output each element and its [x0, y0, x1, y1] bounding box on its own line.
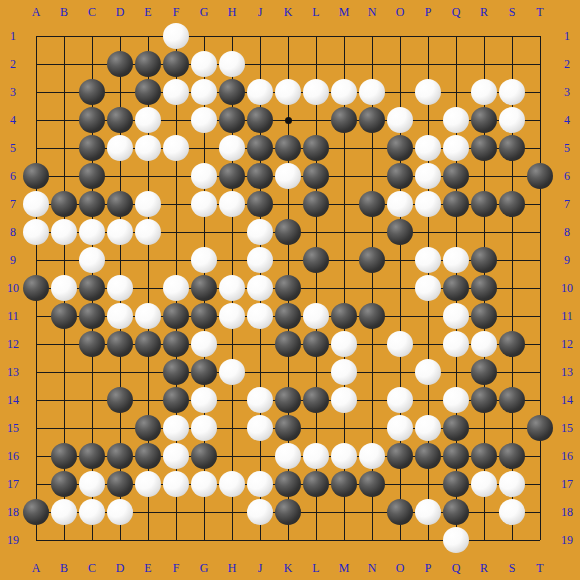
- stone-black[interactable]: [219, 107, 245, 133]
- stone-black[interactable]: [107, 107, 133, 133]
- go-board: AABBCCDDEEFFGGHHJJKKLLMMNNOOPPQQRRSSTT11…: [0, 0, 580, 580]
- stone-black[interactable]: [303, 331, 329, 357]
- column-label: C: [88, 562, 96, 574]
- stone-white[interactable]: [303, 79, 329, 105]
- stone-black[interactable]: [275, 219, 301, 245]
- stone-black[interactable]: [471, 247, 497, 273]
- stone-black[interactable]: [331, 303, 357, 329]
- column-label: R: [480, 6, 488, 18]
- stone-white[interactable]: [107, 275, 133, 301]
- stone-black[interactable]: [275, 135, 301, 161]
- column-label: D: [116, 6, 125, 18]
- stone-white[interactable]: [219, 303, 245, 329]
- stone-white[interactable]: [471, 79, 497, 105]
- row-label: 10: [561, 282, 573, 294]
- column-label: S: [509, 562, 516, 574]
- stone-black[interactable]: [471, 443, 497, 469]
- column-label: Q: [452, 6, 461, 18]
- column-label: R: [480, 562, 488, 574]
- stone-white[interactable]: [219, 191, 245, 217]
- column-label: B: [60, 6, 68, 18]
- column-label: J: [258, 562, 263, 574]
- stone-white[interactable]: [275, 79, 301, 105]
- stone-black[interactable]: [135, 79, 161, 105]
- stone-black[interactable]: [303, 163, 329, 189]
- stone-white[interactable]: [331, 359, 357, 385]
- column-label: N: [368, 562, 377, 574]
- stone-black[interactable]: [79, 331, 105, 357]
- column-label: J: [258, 6, 263, 18]
- row-label: 7: [564, 198, 570, 210]
- stone-white[interactable]: [331, 79, 357, 105]
- stone-black[interactable]: [359, 303, 385, 329]
- row-label: 3: [564, 86, 570, 98]
- stone-black[interactable]: [51, 443, 77, 469]
- stone-black[interactable]: [387, 135, 413, 161]
- stone-black[interactable]: [79, 163, 105, 189]
- row-label: 16: [561, 450, 573, 462]
- stone-black[interactable]: [499, 443, 525, 469]
- row-label: 12: [7, 338, 19, 350]
- row-label: 15: [7, 422, 19, 434]
- row-label: 8: [10, 226, 16, 238]
- stone-black[interactable]: [51, 303, 77, 329]
- stone-white[interactable]: [135, 219, 161, 245]
- stone-black[interactable]: [471, 359, 497, 385]
- stone-white[interactable]: [499, 499, 525, 525]
- stone-white[interactable]: [247, 499, 273, 525]
- stone-white[interactable]: [247, 275, 273, 301]
- row-label: 1: [10, 30, 16, 42]
- stone-white[interactable]: [471, 331, 497, 357]
- row-label: 14: [7, 394, 19, 406]
- stone-white[interactable]: [191, 191, 217, 217]
- stone-black[interactable]: [163, 359, 189, 385]
- stone-black[interactable]: [471, 191, 497, 217]
- stone-white[interactable]: [107, 219, 133, 245]
- stone-black[interactable]: [135, 443, 161, 469]
- stone-black[interactable]: [443, 415, 469, 441]
- row-label: 17: [561, 478, 573, 490]
- stone-white[interactable]: [135, 107, 161, 133]
- stone-white[interactable]: [163, 415, 189, 441]
- stone-black[interactable]: [471, 387, 497, 413]
- stone-white[interactable]: [275, 163, 301, 189]
- stone-white[interactable]: [163, 471, 189, 497]
- stone-white[interactable]: [247, 219, 273, 245]
- stone-black[interactable]: [527, 163, 553, 189]
- stone-white[interactable]: [415, 359, 441, 385]
- row-label: 15: [561, 422, 573, 434]
- stone-black[interactable]: [247, 191, 273, 217]
- column-label: Q: [452, 562, 461, 574]
- stone-white[interactable]: [219, 135, 245, 161]
- column-label: K: [284, 6, 293, 18]
- stone-black[interactable]: [303, 387, 329, 413]
- row-label: 3: [10, 86, 16, 98]
- stone-white[interactable]: [359, 79, 385, 105]
- stone-black[interactable]: [275, 415, 301, 441]
- stone-black[interactable]: [275, 303, 301, 329]
- stone-white[interactable]: [79, 247, 105, 273]
- row-label: 10: [7, 282, 19, 294]
- stone-white[interactable]: [415, 275, 441, 301]
- column-label: M: [339, 6, 350, 18]
- stone-black[interactable]: [443, 191, 469, 217]
- stone-white[interactable]: [415, 191, 441, 217]
- stone-black[interactable]: [331, 471, 357, 497]
- stone-white[interactable]: [107, 135, 133, 161]
- column-label: T: [536, 6, 543, 18]
- stone-black[interactable]: [275, 499, 301, 525]
- stone-black[interactable]: [79, 79, 105, 105]
- row-label: 12: [561, 338, 573, 350]
- column-label: L: [312, 562, 319, 574]
- stone-white[interactable]: [191, 163, 217, 189]
- row-label: 9: [564, 254, 570, 266]
- stone-white[interactable]: [443, 107, 469, 133]
- stone-white[interactable]: [219, 275, 245, 301]
- stone-white[interactable]: [79, 499, 105, 525]
- stone-black[interactable]: [387, 163, 413, 189]
- column-label: B: [60, 562, 68, 574]
- stone-white[interactable]: [219, 359, 245, 385]
- stone-white[interactable]: [163, 443, 189, 469]
- stone-white[interactable]: [79, 219, 105, 245]
- row-label: 18: [561, 506, 573, 518]
- stone-black[interactable]: [191, 359, 217, 385]
- stone-white[interactable]: [331, 331, 357, 357]
- row-label: 2: [10, 58, 16, 70]
- stone-white[interactable]: [135, 471, 161, 497]
- stone-black[interactable]: [275, 387, 301, 413]
- stone-white[interactable]: [415, 247, 441, 273]
- column-label: N: [368, 6, 377, 18]
- stone-black[interactable]: [527, 415, 553, 441]
- stone-black[interactable]: [499, 331, 525, 357]
- stone-black[interactable]: [443, 163, 469, 189]
- stone-white[interactable]: [135, 191, 161, 217]
- stone-black[interactable]: [191, 443, 217, 469]
- column-label: D: [116, 562, 125, 574]
- stone-white[interactable]: [303, 443, 329, 469]
- stone-white[interactable]: [415, 163, 441, 189]
- stone-black[interactable]: [23, 275, 49, 301]
- column-label: H: [228, 6, 237, 18]
- stone-black[interactable]: [359, 191, 385, 217]
- stone-white[interactable]: [387, 191, 413, 217]
- stone-black[interactable]: [443, 275, 469, 301]
- stone-white[interactable]: [443, 527, 469, 553]
- stone-white[interactable]: [135, 135, 161, 161]
- column-label: L: [312, 6, 319, 18]
- stone-white[interactable]: [499, 79, 525, 105]
- stone-black[interactable]: [163, 303, 189, 329]
- row-label: 8: [564, 226, 570, 238]
- row-label: 4: [564, 114, 570, 126]
- column-label: O: [396, 562, 405, 574]
- column-label: S: [509, 6, 516, 18]
- stone-white[interactable]: [471, 471, 497, 497]
- stone-white[interactable]: [247, 303, 273, 329]
- stone-black[interactable]: [79, 443, 105, 469]
- stone-black[interactable]: [359, 471, 385, 497]
- stone-black[interactable]: [135, 51, 161, 77]
- stone-white[interactable]: [331, 387, 357, 413]
- stone-white[interactable]: [387, 107, 413, 133]
- stone-white[interactable]: [443, 247, 469, 273]
- stone-white[interactable]: [107, 499, 133, 525]
- stone-black[interactable]: [163, 387, 189, 413]
- stone-white[interactable]: [163, 135, 189, 161]
- stone-white[interactable]: [415, 499, 441, 525]
- stone-black[interactable]: [79, 107, 105, 133]
- row-label: 11: [7, 310, 19, 322]
- stone-white[interactable]: [163, 23, 189, 49]
- row-label: 7: [10, 198, 16, 210]
- stone-black[interactable]: [79, 275, 105, 301]
- stone-black[interactable]: [79, 135, 105, 161]
- stone-white[interactable]: [135, 303, 161, 329]
- stone-black[interactable]: [51, 191, 77, 217]
- column-label: G: [200, 6, 209, 18]
- stone-black[interactable]: [79, 191, 105, 217]
- stone-black[interactable]: [331, 107, 357, 133]
- stone-white[interactable]: [499, 471, 525, 497]
- column-label: H: [228, 562, 237, 574]
- stone-white[interactable]: [247, 247, 273, 273]
- column-label: P: [425, 6, 432, 18]
- stone-black[interactable]: [163, 331, 189, 357]
- stone-black[interactable]: [247, 135, 273, 161]
- stone-white[interactable]: [163, 275, 189, 301]
- stone-white[interactable]: [191, 51, 217, 77]
- row-label: 2: [564, 58, 570, 70]
- stone-black[interactable]: [163, 51, 189, 77]
- stone-black[interactable]: [499, 387, 525, 413]
- stone-black[interactable]: [219, 79, 245, 105]
- stone-black[interactable]: [303, 247, 329, 273]
- stone-black[interactable]: [135, 415, 161, 441]
- row-label: 6: [564, 170, 570, 182]
- row-label: 19: [7, 534, 19, 546]
- stone-black[interactable]: [443, 443, 469, 469]
- stone-black[interactable]: [135, 331, 161, 357]
- stone-white[interactable]: [247, 471, 273, 497]
- row-label: 11: [561, 310, 573, 322]
- stone-black[interactable]: [443, 499, 469, 525]
- row-label: 18: [7, 506, 19, 518]
- stone-black[interactable]: [471, 107, 497, 133]
- stone-black[interactable]: [23, 499, 49, 525]
- stone-black[interactable]: [303, 135, 329, 161]
- row-label: 5: [564, 142, 570, 154]
- stone-white[interactable]: [191, 415, 217, 441]
- stone-black[interactable]: [247, 107, 273, 133]
- column-label: C: [88, 6, 96, 18]
- stone-black[interactable]: [219, 163, 245, 189]
- column-label: T: [536, 562, 543, 574]
- stone-white[interactable]: [219, 471, 245, 497]
- stone-white[interactable]: [415, 79, 441, 105]
- stone-white[interactable]: [191, 79, 217, 105]
- stone-black[interactable]: [23, 163, 49, 189]
- column-label: K: [284, 562, 293, 574]
- stone-white[interactable]: [499, 107, 525, 133]
- row-label: 13: [7, 366, 19, 378]
- stone-black[interactable]: [387, 219, 413, 245]
- stone-white[interactable]: [191, 107, 217, 133]
- stone-black[interactable]: [387, 443, 413, 469]
- stone-white[interactable]: [23, 219, 49, 245]
- stone-black[interactable]: [107, 191, 133, 217]
- row-label: 14: [561, 394, 573, 406]
- stone-black[interactable]: [191, 303, 217, 329]
- stone-white[interactable]: [443, 135, 469, 161]
- stone-black[interactable]: [247, 163, 273, 189]
- stone-black[interactable]: [359, 107, 385, 133]
- stone-black[interactable]: [107, 471, 133, 497]
- stone-white[interactable]: [51, 499, 77, 525]
- stone-white[interactable]: [23, 191, 49, 217]
- stone-black[interactable]: [303, 471, 329, 497]
- stone-black[interactable]: [107, 387, 133, 413]
- stone-white[interactable]: [219, 51, 245, 77]
- column-label: F: [173, 562, 180, 574]
- stone-white[interactable]: [79, 471, 105, 497]
- row-label: 19: [561, 534, 573, 546]
- stone-black[interactable]: [107, 443, 133, 469]
- row-label: 5: [10, 142, 16, 154]
- row-label: 17: [7, 478, 19, 490]
- stone-white[interactable]: [387, 331, 413, 357]
- stone-white[interactable]: [247, 79, 273, 105]
- stone-white[interactable]: [359, 443, 385, 469]
- stone-black[interactable]: [107, 51, 133, 77]
- column-label: E: [144, 6, 151, 18]
- stone-black[interactable]: [79, 303, 105, 329]
- column-label: G: [200, 562, 209, 574]
- stone-black[interactable]: [275, 331, 301, 357]
- stone-white[interactable]: [107, 303, 133, 329]
- stone-white[interactable]: [443, 387, 469, 413]
- stone-black[interactable]: [359, 247, 385, 273]
- stone-white[interactable]: [247, 387, 273, 413]
- column-label: M: [339, 562, 350, 574]
- stone-white[interactable]: [387, 415, 413, 441]
- stone-white[interactable]: [303, 303, 329, 329]
- stone-black[interactable]: [499, 135, 525, 161]
- row-label: 4: [10, 114, 16, 126]
- stone-white[interactable]: [443, 303, 469, 329]
- column-label: F: [173, 6, 180, 18]
- stone-white[interactable]: [191, 471, 217, 497]
- row-label: 6: [10, 170, 16, 182]
- stone-white[interactable]: [191, 387, 217, 413]
- stone-white[interactable]: [275, 443, 301, 469]
- stone-white[interactable]: [163, 79, 189, 105]
- stone-white[interactable]: [247, 415, 273, 441]
- stone-white[interactable]: [331, 443, 357, 469]
- stone-black[interactable]: [51, 471, 77, 497]
- stone-white[interactable]: [387, 387, 413, 413]
- stone-black[interactable]: [443, 471, 469, 497]
- star-point: [285, 117, 292, 124]
- stone-black[interactable]: [387, 499, 413, 525]
- column-label: P: [425, 562, 432, 574]
- column-label: E: [144, 562, 151, 574]
- stone-white[interactable]: [51, 275, 77, 301]
- stone-white[interactable]: [191, 331, 217, 357]
- stone-white[interactable]: [415, 135, 441, 161]
- column-label: A: [32, 562, 41, 574]
- column-label: O: [396, 6, 405, 18]
- stone-black[interactable]: [471, 135, 497, 161]
- row-label: 16: [7, 450, 19, 462]
- stone-black[interactable]: [275, 275, 301, 301]
- stone-black[interactable]: [303, 191, 329, 217]
- row-label: 9: [10, 254, 16, 266]
- row-label: 1: [564, 30, 570, 42]
- stone-black[interactable]: [471, 275, 497, 301]
- stone-white[interactable]: [443, 331, 469, 357]
- stone-white[interactable]: [51, 219, 77, 245]
- stone-black[interactable]: [499, 191, 525, 217]
- stone-white[interactable]: [415, 415, 441, 441]
- stone-black[interactable]: [191, 275, 217, 301]
- stone-white[interactable]: [191, 247, 217, 273]
- row-label: 13: [561, 366, 573, 378]
- stone-black[interactable]: [275, 471, 301, 497]
- column-label: A: [32, 6, 41, 18]
- stone-black[interactable]: [107, 331, 133, 357]
- stone-black[interactable]: [471, 303, 497, 329]
- stone-black[interactable]: [415, 443, 441, 469]
